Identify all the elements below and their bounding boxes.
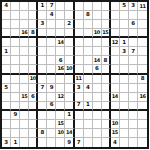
cell-given[interactable]: 15 <box>111 129 120 138</box>
cell-empty[interactable] <box>47 20 56 29</box>
cell-empty[interactable] <box>102 38 111 47</box>
cell-empty[interactable] <box>102 84 111 93</box>
cell-given[interactable]: 6 <box>93 65 102 74</box>
cell-empty[interactable] <box>29 65 38 74</box>
cell-empty[interactable] <box>129 65 138 74</box>
cell-empty[interactable] <box>20 11 29 20</box>
cell-given[interactable]: 8 <box>84 11 93 20</box>
cell-empty[interactable] <box>138 56 147 65</box>
cell-given[interactable]: 6 <box>129 20 138 29</box>
cell-empty[interactable] <box>20 129 29 138</box>
cell-empty[interactable] <box>2 120 11 129</box>
cell-empty[interactable] <box>38 38 47 47</box>
cell-empty[interactable] <box>38 65 47 74</box>
cell-empty[interactable] <box>47 93 56 102</box>
cell-empty[interactable] <box>29 102 38 111</box>
cell-empty[interactable] <box>20 47 29 56</box>
cell-given[interactable]: 9 <box>11 111 20 120</box>
cell-empty[interactable] <box>111 75 120 84</box>
cell-empty[interactable] <box>20 65 29 74</box>
cell-empty[interactable] <box>38 120 47 129</box>
cell-given[interactable]: 5 <box>2 84 11 93</box>
cell-empty[interactable] <box>56 47 65 56</box>
cell-empty[interactable] <box>93 75 102 84</box>
cell-empty[interactable] <box>47 111 56 120</box>
cell-given[interactable]: 6 <box>29 93 38 102</box>
cell-empty[interactable] <box>93 120 102 129</box>
cell-given[interactable]: 9 <box>47 84 56 93</box>
cell-given[interactable]: 14 <box>65 129 74 138</box>
cell-empty[interactable] <box>120 29 129 38</box>
cell-given[interactable]: 6 <box>47 102 56 111</box>
cell-empty[interactable] <box>11 65 20 74</box>
cell-empty[interactable] <box>20 75 29 84</box>
cell-empty[interactable] <box>29 11 38 20</box>
cell-empty[interactable] <box>38 47 47 56</box>
cell-given[interactable]: 15 <box>102 29 111 38</box>
cell-empty[interactable] <box>75 93 84 102</box>
cell-given[interactable]: 10 <box>111 120 120 129</box>
cell-empty[interactable] <box>120 129 129 138</box>
cell-empty[interactable] <box>29 56 38 65</box>
cell-empty[interactable] <box>38 75 47 84</box>
cell-empty[interactable] <box>38 138 47 147</box>
cell-empty[interactable] <box>120 56 129 65</box>
cell-empty[interactable] <box>2 129 11 138</box>
cell-empty[interactable] <box>11 84 20 93</box>
cell-empty[interactable] <box>65 47 74 56</box>
cell-empty[interactable] <box>20 38 29 47</box>
cell-empty[interactable] <box>129 138 138 147</box>
cell-empty[interactable] <box>2 111 11 120</box>
cell-empty[interactable] <box>56 84 65 93</box>
cell-given[interactable]: 14 <box>56 38 65 47</box>
cell-empty[interactable] <box>84 138 93 147</box>
cell-given[interactable]: 2 <box>65 20 74 29</box>
cell-empty[interactable] <box>102 138 111 147</box>
cell-given[interactable]: 15 <box>56 120 65 129</box>
cell-empty[interactable] <box>75 29 84 38</box>
cell-empty[interactable] <box>75 47 84 56</box>
cell-empty[interactable] <box>120 65 129 74</box>
cell-empty[interactable] <box>129 120 138 129</box>
cell-given[interactable]: 15 <box>20 93 29 102</box>
cell-empty[interactable] <box>129 84 138 93</box>
cell-empty[interactable] <box>102 65 111 74</box>
cell-empty[interactable] <box>11 129 20 138</box>
cell-empty[interactable] <box>93 93 102 102</box>
cell-empty[interactable] <box>138 65 147 74</box>
cell-empty[interactable] <box>75 2 84 11</box>
cell-empty[interactable] <box>47 47 56 56</box>
cell-empty[interactable] <box>56 102 65 111</box>
cell-empty[interactable] <box>138 84 147 93</box>
cell-empty[interactable] <box>20 56 29 65</box>
cell-given[interactable]: 3 <box>38 20 47 29</box>
cell-empty[interactable] <box>138 120 147 129</box>
cell-empty[interactable] <box>47 120 56 129</box>
cell-empty[interactable] <box>56 2 65 11</box>
cell-empty[interactable] <box>120 120 129 129</box>
cell-empty[interactable] <box>75 56 84 65</box>
cell-empty[interactable] <box>2 20 11 29</box>
cell-empty[interactable] <box>129 38 138 47</box>
cell-empty[interactable] <box>65 93 74 102</box>
cell-empty[interactable] <box>84 129 93 138</box>
cell-empty[interactable] <box>102 120 111 129</box>
cell-empty[interactable] <box>20 102 29 111</box>
cell-empty[interactable] <box>38 56 47 65</box>
cell-given[interactable]: 3 <box>129 2 138 11</box>
cell-given[interactable]: 12 <box>56 93 65 102</box>
cell-empty[interactable] <box>93 129 102 138</box>
cell-given[interactable]: 3 <box>120 47 129 56</box>
cell-empty[interactable] <box>20 84 29 93</box>
cell-empty[interactable] <box>111 111 120 120</box>
cell-empty[interactable] <box>29 120 38 129</box>
cell-given[interactable]: 5 <box>120 2 129 11</box>
cell-given[interactable]: 9 <box>65 138 74 147</box>
cell-empty[interactable] <box>120 75 129 84</box>
cell-given[interactable]: 1 <box>120 38 129 47</box>
cell-empty[interactable] <box>20 20 29 29</box>
cell-empty[interactable] <box>29 84 38 93</box>
cell-empty[interactable] <box>47 138 56 147</box>
cell-empty[interactable] <box>65 56 74 65</box>
cell-empty[interactable] <box>111 11 120 20</box>
cell-empty[interactable] <box>29 38 38 47</box>
cell-empty[interactable] <box>11 75 20 84</box>
cell-empty[interactable] <box>138 129 147 138</box>
cell-empty[interactable] <box>120 11 129 20</box>
cell-empty[interactable] <box>138 102 147 111</box>
cell-empty[interactable] <box>2 75 11 84</box>
cell-given[interactable]: 16 <box>56 65 65 74</box>
cell-empty[interactable] <box>111 29 120 38</box>
cell-given[interactable]: 3 <box>75 84 84 93</box>
cell-empty[interactable] <box>29 47 38 56</box>
cell-empty[interactable] <box>20 120 29 129</box>
cell-given[interactable]: 1 <box>2 47 11 56</box>
cell-empty[interactable] <box>11 120 20 129</box>
cell-empty[interactable] <box>138 138 147 147</box>
cell-given[interactable]: 14 <box>111 93 120 102</box>
cell-empty[interactable] <box>120 84 129 93</box>
cell-empty[interactable] <box>120 102 129 111</box>
cell-empty[interactable] <box>38 29 47 38</box>
cell-empty[interactable] <box>93 84 102 93</box>
cell-given[interactable]: 8 <box>29 29 38 38</box>
cell-empty[interactable] <box>84 38 93 47</box>
cell-empty[interactable] <box>93 38 102 47</box>
cell-empty[interactable] <box>120 111 129 120</box>
cell-given[interactable]: 7 <box>75 102 84 111</box>
cell-empty[interactable] <box>56 75 65 84</box>
cell-empty[interactable] <box>102 75 111 84</box>
cell-empty[interactable] <box>65 11 74 20</box>
cell-empty[interactable] <box>75 38 84 47</box>
cell-empty[interactable] <box>93 2 102 11</box>
cell-empty[interactable] <box>56 11 65 20</box>
cell-empty[interactable] <box>129 75 138 84</box>
cell-empty[interactable] <box>84 111 93 120</box>
cell-given[interactable]: 11 <box>75 75 84 84</box>
cell-empty[interactable] <box>11 20 20 29</box>
cell-empty[interactable] <box>120 93 129 102</box>
cell-empty[interactable] <box>2 11 11 20</box>
cell-given[interactable]: 7 <box>75 138 84 147</box>
cell-empty[interactable] <box>65 84 74 93</box>
cell-empty[interactable] <box>75 120 84 129</box>
cell-given[interactable]: 7 <box>129 47 138 56</box>
cell-given[interactable]: 8 <box>138 75 147 84</box>
cell-empty[interactable] <box>11 56 20 65</box>
cell-empty[interactable] <box>75 129 84 138</box>
cell-empty[interactable] <box>111 65 120 74</box>
cell-empty[interactable] <box>111 56 120 65</box>
cell-given[interactable]: 1 <box>65 111 74 120</box>
cell-given[interactable]: 10 <box>56 129 65 138</box>
cell-empty[interactable] <box>65 38 74 47</box>
cell-empty[interactable] <box>20 138 29 147</box>
cell-empty[interactable] <box>102 20 111 29</box>
cell-empty[interactable] <box>102 111 111 120</box>
cell-empty[interactable] <box>93 138 102 147</box>
cell-empty[interactable] <box>47 56 56 65</box>
cell-empty[interactable] <box>129 11 138 20</box>
cell-empty[interactable] <box>65 2 74 11</box>
cell-empty[interactable] <box>75 65 84 74</box>
cell-empty[interactable] <box>138 111 147 120</box>
cell-empty[interactable] <box>2 38 11 47</box>
cell-empty[interactable] <box>84 29 93 38</box>
cell-empty[interactable] <box>102 47 111 56</box>
cell-empty[interactable] <box>102 102 111 111</box>
cell-empty[interactable] <box>138 20 147 29</box>
cell-empty[interactable] <box>2 93 11 102</box>
cell-empty[interactable] <box>129 93 138 102</box>
cell-empty[interactable] <box>102 129 111 138</box>
cell-empty[interactable] <box>29 2 38 11</box>
cell-empty[interactable] <box>138 38 147 47</box>
cell-empty[interactable] <box>111 2 120 11</box>
cell-given[interactable]: 4 <box>84 84 93 93</box>
cell-empty[interactable] <box>84 20 93 29</box>
cell-empty[interactable] <box>11 38 20 47</box>
cell-empty[interactable] <box>102 2 111 11</box>
cell-empty[interactable] <box>102 11 111 20</box>
cell-empty[interactable] <box>65 29 74 38</box>
cell-empty[interactable] <box>129 29 138 38</box>
cell-empty[interactable] <box>93 102 102 111</box>
cell-empty[interactable] <box>129 129 138 138</box>
cell-given[interactable]: 7 <box>47 2 56 11</box>
cell-empty[interactable] <box>84 93 93 102</box>
cell-given[interactable]: 1 <box>38 2 47 11</box>
sudoku-board: 4175311483261681015141211376148161061011… <box>0 0 149 149</box>
cell-given[interactable]: 10 <box>93 29 102 38</box>
cell-empty[interactable] <box>111 47 120 56</box>
cell-empty[interactable] <box>29 111 38 120</box>
cell-given[interactable]: 7 <box>38 84 47 93</box>
cell-empty[interactable] <box>93 47 102 56</box>
cell-empty[interactable] <box>2 65 11 74</box>
cell-empty[interactable] <box>111 20 120 29</box>
cell-given[interactable]: 1 <box>11 138 20 147</box>
cell-given[interactable]: 12 <box>111 38 120 47</box>
cell-empty[interactable] <box>38 111 47 120</box>
cell-empty[interactable] <box>47 29 56 38</box>
cell-empty[interactable] <box>120 138 129 147</box>
cell-empty[interactable] <box>65 75 74 84</box>
cell-empty[interactable] <box>75 11 84 20</box>
cell-empty[interactable] <box>29 129 38 138</box>
cell-empty[interactable] <box>47 65 56 74</box>
cell-given[interactable]: 1 <box>84 102 93 111</box>
cell-empty[interactable] <box>38 93 47 102</box>
cell-empty[interactable] <box>11 102 20 111</box>
cell-empty[interactable] <box>138 11 147 20</box>
cell-empty[interactable] <box>56 111 65 120</box>
cell-empty[interactable] <box>20 111 29 120</box>
cell-given[interactable]: 16 <box>138 93 147 102</box>
cell-empty[interactable] <box>38 102 47 111</box>
cell-empty[interactable] <box>47 38 56 47</box>
cell-empty[interactable] <box>65 102 74 111</box>
cell-given[interactable]: 4 <box>47 11 56 20</box>
cell-empty[interactable] <box>11 47 20 56</box>
cell-empty[interactable] <box>2 56 11 65</box>
cell-empty[interactable] <box>11 2 20 11</box>
cell-empty[interactable] <box>138 29 147 38</box>
cell-empty[interactable] <box>84 56 93 65</box>
cell-empty[interactable] <box>84 65 93 74</box>
cell-empty[interactable] <box>29 138 38 147</box>
cell-empty[interactable] <box>138 47 147 56</box>
cell-empty[interactable] <box>84 120 93 129</box>
cell-empty[interactable] <box>47 129 56 138</box>
cell-empty[interactable] <box>2 29 11 38</box>
cell-empty[interactable] <box>102 93 111 102</box>
cell-empty[interactable] <box>84 2 93 11</box>
cell-given[interactable]: 14 <box>93 56 102 65</box>
cell-empty[interactable] <box>11 29 20 38</box>
cell-empty[interactable] <box>11 11 20 20</box>
cell-empty[interactable] <box>20 2 29 11</box>
cell-given[interactable]: 8 <box>38 129 47 138</box>
cell-empty[interactable] <box>111 102 120 111</box>
cell-empty[interactable] <box>111 84 120 93</box>
cell-empty[interactable] <box>129 111 138 120</box>
cell-given[interactable]: 6 <box>56 56 65 65</box>
cell-empty[interactable] <box>65 120 74 129</box>
cell-empty[interactable] <box>11 93 20 102</box>
cell-empty[interactable] <box>56 138 65 147</box>
cell-empty[interactable] <box>2 102 11 111</box>
cell-empty[interactable] <box>29 20 38 29</box>
cell-empty[interactable] <box>129 56 138 65</box>
cell-given[interactable]: 8 <box>102 56 111 65</box>
cell-empty[interactable] <box>93 111 102 120</box>
cell-given[interactable]: 16 <box>20 29 29 38</box>
cell-empty[interactable] <box>38 11 47 20</box>
cell-given[interactable]: 10 <box>29 75 38 84</box>
cell-empty[interactable] <box>47 75 56 84</box>
cell-given[interactable]: 4 <box>2 2 11 11</box>
cell-given[interactable]: 4 <box>111 138 120 147</box>
cell-given[interactable]: 10 <box>65 65 74 74</box>
cell-empty[interactable] <box>56 20 65 29</box>
cell-empty[interactable] <box>84 75 93 84</box>
cell-given[interactable]: 11 <box>138 2 147 11</box>
cell-given[interactable]: 3 <box>2 138 11 147</box>
cell-empty[interactable] <box>93 11 102 20</box>
cell-empty[interactable] <box>84 47 93 56</box>
cell-empty[interactable] <box>120 20 129 29</box>
cell-empty[interactable] <box>75 20 84 29</box>
cell-empty[interactable] <box>129 102 138 111</box>
cell-empty[interactable] <box>93 20 102 29</box>
cell-empty[interactable] <box>56 29 65 38</box>
cell-empty[interactable] <box>75 111 84 120</box>
